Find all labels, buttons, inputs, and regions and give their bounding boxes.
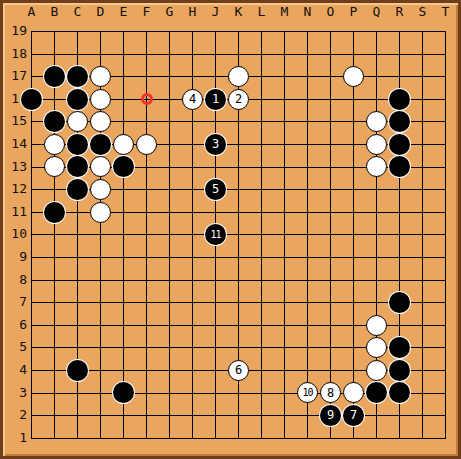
col-label-M: M	[273, 4, 296, 20]
move-number: 7	[350, 409, 357, 421]
col-label-T: T	[434, 4, 457, 20]
column-labels: ABCDEFGHJKLMNOPQRST	[20, 4, 457, 20]
white-stone-D17[interactable]	[90, 66, 111, 87]
black-stone-R16[interactable]	[389, 89, 410, 110]
move-number: 11	[210, 230, 220, 240]
move-number: 2	[235, 93, 242, 105]
black-stone-P2-move-7[interactable]: 7	[343, 405, 364, 426]
black-stone-R4[interactable]	[389, 360, 410, 381]
move-number: 3	[212, 138, 219, 150]
black-stone-O2-move-9[interactable]: 9	[320, 405, 341, 426]
black-stone-J14-move-3[interactable]: 3	[205, 134, 226, 155]
black-stone-J10-move-11[interactable]: 11	[205, 224, 226, 245]
col-label-D: D	[89, 4, 112, 20]
col-label-C: C	[66, 4, 89, 20]
black-stone-R7[interactable]	[389, 292, 410, 313]
white-stone-D16[interactable]	[90, 89, 111, 110]
go-board: ABCDEFGHJKLMNOPQRST 19181716151413121110…	[0, 0, 461, 459]
circle-marker-F16[interactable]	[141, 93, 153, 105]
white-stone-D12[interactable]	[90, 179, 111, 200]
col-label-O: O	[319, 4, 342, 20]
white-stone-K16-move-2[interactable]: 2	[228, 89, 249, 110]
black-stone-A16[interactable]	[21, 89, 42, 110]
col-label-P: P	[342, 4, 365, 20]
black-stone-D14[interactable]	[90, 134, 111, 155]
move-number: 4	[189, 93, 196, 105]
col-label-K: K	[227, 4, 250, 20]
black-stone-C12[interactable]	[67, 179, 88, 200]
white-stone-D11[interactable]	[90, 202, 111, 223]
move-number: 9	[327, 409, 334, 421]
white-stone-Q5[interactable]	[366, 337, 387, 358]
black-stone-J12-move-5[interactable]: 5	[205, 179, 226, 200]
black-stone-C4[interactable]	[67, 360, 88, 381]
col-label-N: N	[296, 4, 319, 20]
black-stone-J16-move-1[interactable]: 1	[205, 89, 226, 110]
move-number: 8	[327, 387, 334, 399]
white-stone-B14[interactable]	[44, 134, 65, 155]
move-number: 10	[302, 388, 312, 398]
board-grid[interactable]: 4123511610897	[20, 20, 457, 449]
col-label-S: S	[411, 4, 434, 20]
move-number: 1	[212, 93, 219, 105]
white-stone-P17[interactable]	[343, 66, 364, 87]
white-stone-K4-move-6[interactable]: 6	[228, 360, 249, 381]
black-stone-C16[interactable]	[67, 89, 88, 110]
black-stone-R14[interactable]	[389, 134, 410, 155]
move-number: 5	[212, 183, 219, 195]
move-number: 6	[235, 364, 242, 376]
white-stone-H16-move-4[interactable]: 4	[182, 89, 203, 110]
col-label-Q: Q	[365, 4, 388, 20]
col-label-J: J	[204, 4, 227, 20]
white-stone-Q14[interactable]	[366, 134, 387, 155]
col-label-G: G	[158, 4, 181, 20]
col-label-H: H	[181, 4, 204, 20]
white-stone-K17[interactable]	[228, 66, 249, 87]
col-label-B: B	[43, 4, 66, 20]
black-stone-C17[interactable]	[67, 66, 88, 87]
col-label-R: R	[388, 4, 411, 20]
black-stone-C14[interactable]	[67, 134, 88, 155]
col-label-F: F	[135, 4, 158, 20]
col-label-A: A	[20, 4, 43, 20]
col-label-L: L	[250, 4, 273, 20]
white-stone-F14[interactable]	[136, 134, 157, 155]
white-stone-Q4[interactable]	[366, 360, 387, 381]
black-stone-B11[interactable]	[44, 202, 65, 223]
white-stone-Q6[interactable]	[366, 315, 387, 336]
black-stone-B17[interactable]	[44, 66, 65, 87]
black-stone-R5[interactable]	[389, 337, 410, 358]
white-stone-E14[interactable]	[113, 134, 134, 155]
col-label-E: E	[112, 4, 135, 20]
